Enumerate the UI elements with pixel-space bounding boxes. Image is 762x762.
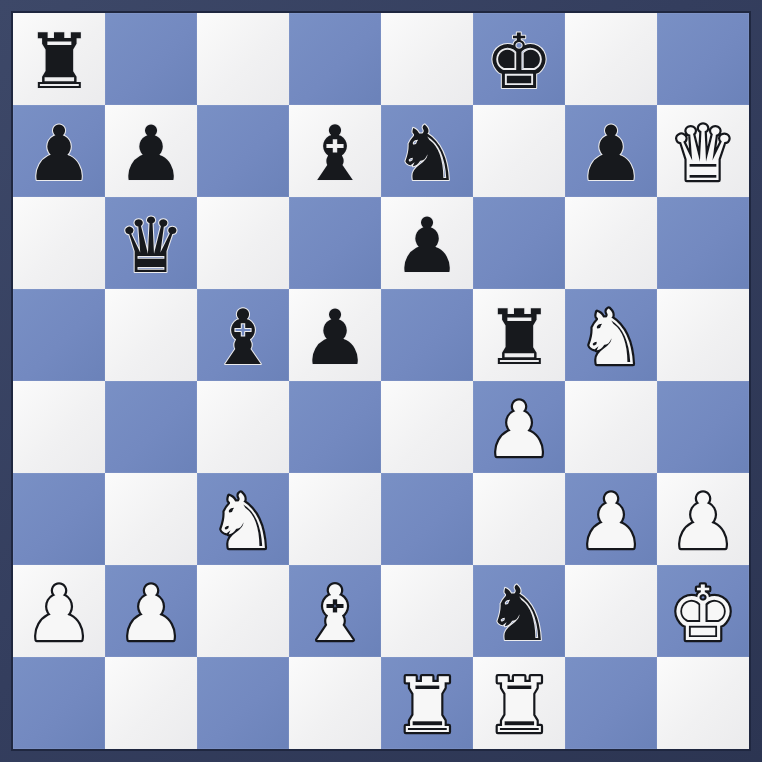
square-g7[interactable]: ♟ <box>565 105 657 197</box>
svg-text:♟: ♟ <box>117 569 185 658</box>
square-c3[interactable]: ♞ <box>197 473 289 565</box>
black-pawn[interactable]: ♟ <box>13 105 105 197</box>
chess-board: ♜♚♟♟♝♞♟♛♛♟♝♟♜♞♟♞♟♟♟♟♝♞♚♜♜ <box>13 13 749 749</box>
svg-text:♞: ♞ <box>577 293 645 382</box>
black-knight[interactable]: ♞ <box>473 565 565 657</box>
square-c8[interactable] <box>197 13 289 105</box>
square-f5[interactable]: ♜ <box>473 289 565 381</box>
square-h3[interactable]: ♟ <box>657 473 749 565</box>
svg-text:♚: ♚ <box>485 17 553 106</box>
square-a7[interactable]: ♟ <box>13 105 105 197</box>
square-e5[interactable] <box>381 289 473 381</box>
square-d8[interactable] <box>289 13 381 105</box>
square-c1[interactable] <box>197 657 289 749</box>
black-rook[interactable]: ♜ <box>473 289 565 381</box>
square-h4[interactable] <box>657 381 749 473</box>
svg-text:♟: ♟ <box>25 109 93 198</box>
square-h5[interactable] <box>657 289 749 381</box>
svg-text:♟: ♟ <box>393 201 461 290</box>
black-bishop[interactable]: ♝ <box>289 105 381 197</box>
square-h1[interactable] <box>657 657 749 749</box>
square-a2[interactable]: ♟ <box>13 565 105 657</box>
square-a5[interactable] <box>13 289 105 381</box>
square-d7[interactable]: ♝ <box>289 105 381 197</box>
square-g4[interactable] <box>565 381 657 473</box>
black-pawn[interactable]: ♟ <box>289 289 381 381</box>
black-pawn[interactable]: ♟ <box>105 105 197 197</box>
square-h8[interactable] <box>657 13 749 105</box>
square-f7[interactable] <box>473 105 565 197</box>
square-a6[interactable] <box>13 197 105 289</box>
black-queen[interactable]: ♛ <box>105 197 197 289</box>
white-knight[interactable]: ♞ <box>197 473 289 565</box>
square-c7[interactable] <box>197 105 289 197</box>
svg-text:♞: ♞ <box>209 477 277 566</box>
square-d2[interactable]: ♝ <box>289 565 381 657</box>
square-a8[interactable]: ♜ <box>13 13 105 105</box>
square-e3[interactable] <box>381 473 473 565</box>
white-pawn[interactable]: ♟ <box>565 473 657 565</box>
svg-text:♟: ♟ <box>577 109 645 198</box>
svg-text:♛: ♛ <box>669 109 737 198</box>
square-d4[interactable] <box>289 381 381 473</box>
square-b8[interactable] <box>105 13 197 105</box>
svg-text:♝: ♝ <box>301 569 369 658</box>
square-e4[interactable] <box>381 381 473 473</box>
square-a4[interactable] <box>13 381 105 473</box>
square-e7[interactable]: ♞ <box>381 105 473 197</box>
square-b7[interactable]: ♟ <box>105 105 197 197</box>
black-king[interactable]: ♚ <box>473 13 565 105</box>
white-pawn[interactable]: ♟ <box>657 473 749 565</box>
square-g3[interactable]: ♟ <box>565 473 657 565</box>
white-rook[interactable]: ♜ <box>381 657 473 749</box>
square-g5[interactable]: ♞ <box>565 289 657 381</box>
black-bishop[interactable]: ♝ <box>197 289 289 381</box>
svg-text:♟: ♟ <box>25 569 93 658</box>
square-a1[interactable] <box>13 657 105 749</box>
svg-text:♟: ♟ <box>577 477 645 566</box>
square-a3[interactable] <box>13 473 105 565</box>
svg-text:♟: ♟ <box>669 477 737 566</box>
black-pawn[interactable]: ♟ <box>381 197 473 289</box>
square-b6[interactable]: ♛ <box>105 197 197 289</box>
white-pawn[interactable]: ♟ <box>13 565 105 657</box>
white-pawn[interactable]: ♟ <box>473 381 565 473</box>
square-c5[interactable]: ♝ <box>197 289 289 381</box>
square-c4[interactable] <box>197 381 289 473</box>
svg-text:♜: ♜ <box>393 661 461 750</box>
black-rook[interactable]: ♜ <box>13 13 105 105</box>
svg-text:♜: ♜ <box>485 293 553 382</box>
white-rook[interactable]: ♜ <box>473 657 565 749</box>
white-king[interactable]: ♚ <box>657 565 749 657</box>
square-g1[interactable] <box>565 657 657 749</box>
svg-text:♟: ♟ <box>301 293 369 382</box>
square-b4[interactable] <box>105 381 197 473</box>
square-g2[interactable] <box>565 565 657 657</box>
svg-text:♝: ♝ <box>209 293 277 382</box>
board-frame: ♜♚♟♟♝♞♟♛♛♟♝♟♜♞♟♞♟♟♟♟♝♞♚♜♜ <box>0 0 762 762</box>
white-bishop[interactable]: ♝ <box>289 565 381 657</box>
square-f1[interactable]: ♜ <box>473 657 565 749</box>
square-g8[interactable] <box>565 13 657 105</box>
svg-text:♟: ♟ <box>485 385 553 474</box>
square-e8[interactable] <box>381 13 473 105</box>
svg-text:♟: ♟ <box>117 109 185 198</box>
square-g6[interactable] <box>565 197 657 289</box>
square-b1[interactable] <box>105 657 197 749</box>
svg-text:♝: ♝ <box>301 109 369 198</box>
svg-text:♚: ♚ <box>669 569 737 658</box>
square-e2[interactable] <box>381 565 473 657</box>
square-d5[interactable]: ♟ <box>289 289 381 381</box>
square-h2[interactable]: ♚ <box>657 565 749 657</box>
square-b5[interactable] <box>105 289 197 381</box>
white-queen[interactable]: ♛ <box>657 105 749 197</box>
svg-text:♜: ♜ <box>485 661 553 750</box>
svg-text:♜: ♜ <box>25 17 93 106</box>
square-c2[interactable] <box>197 565 289 657</box>
square-c6[interactable] <box>197 197 289 289</box>
svg-text:♞: ♞ <box>393 109 461 198</box>
black-pawn[interactable]: ♟ <box>565 105 657 197</box>
svg-text:♛: ♛ <box>117 201 185 290</box>
square-d1[interactable] <box>289 657 381 749</box>
black-knight[interactable]: ♞ <box>381 105 473 197</box>
square-f8[interactable]: ♚ <box>473 13 565 105</box>
white-knight[interactable]: ♞ <box>565 289 657 381</box>
square-f3[interactable] <box>473 473 565 565</box>
square-b3[interactable] <box>105 473 197 565</box>
square-b2[interactable]: ♟ <box>105 565 197 657</box>
square-e6[interactable]: ♟ <box>381 197 473 289</box>
square-f6[interactable] <box>473 197 565 289</box>
square-f2[interactable]: ♞ <box>473 565 565 657</box>
square-d6[interactable] <box>289 197 381 289</box>
white-pawn[interactable]: ♟ <box>105 565 197 657</box>
svg-text:♞: ♞ <box>485 569 553 658</box>
square-h7[interactable]: ♛ <box>657 105 749 197</box>
square-e1[interactable]: ♜ <box>381 657 473 749</box>
square-f4[interactable]: ♟ <box>473 381 565 473</box>
square-d3[interactable] <box>289 473 381 565</box>
square-h6[interactable] <box>657 197 749 289</box>
